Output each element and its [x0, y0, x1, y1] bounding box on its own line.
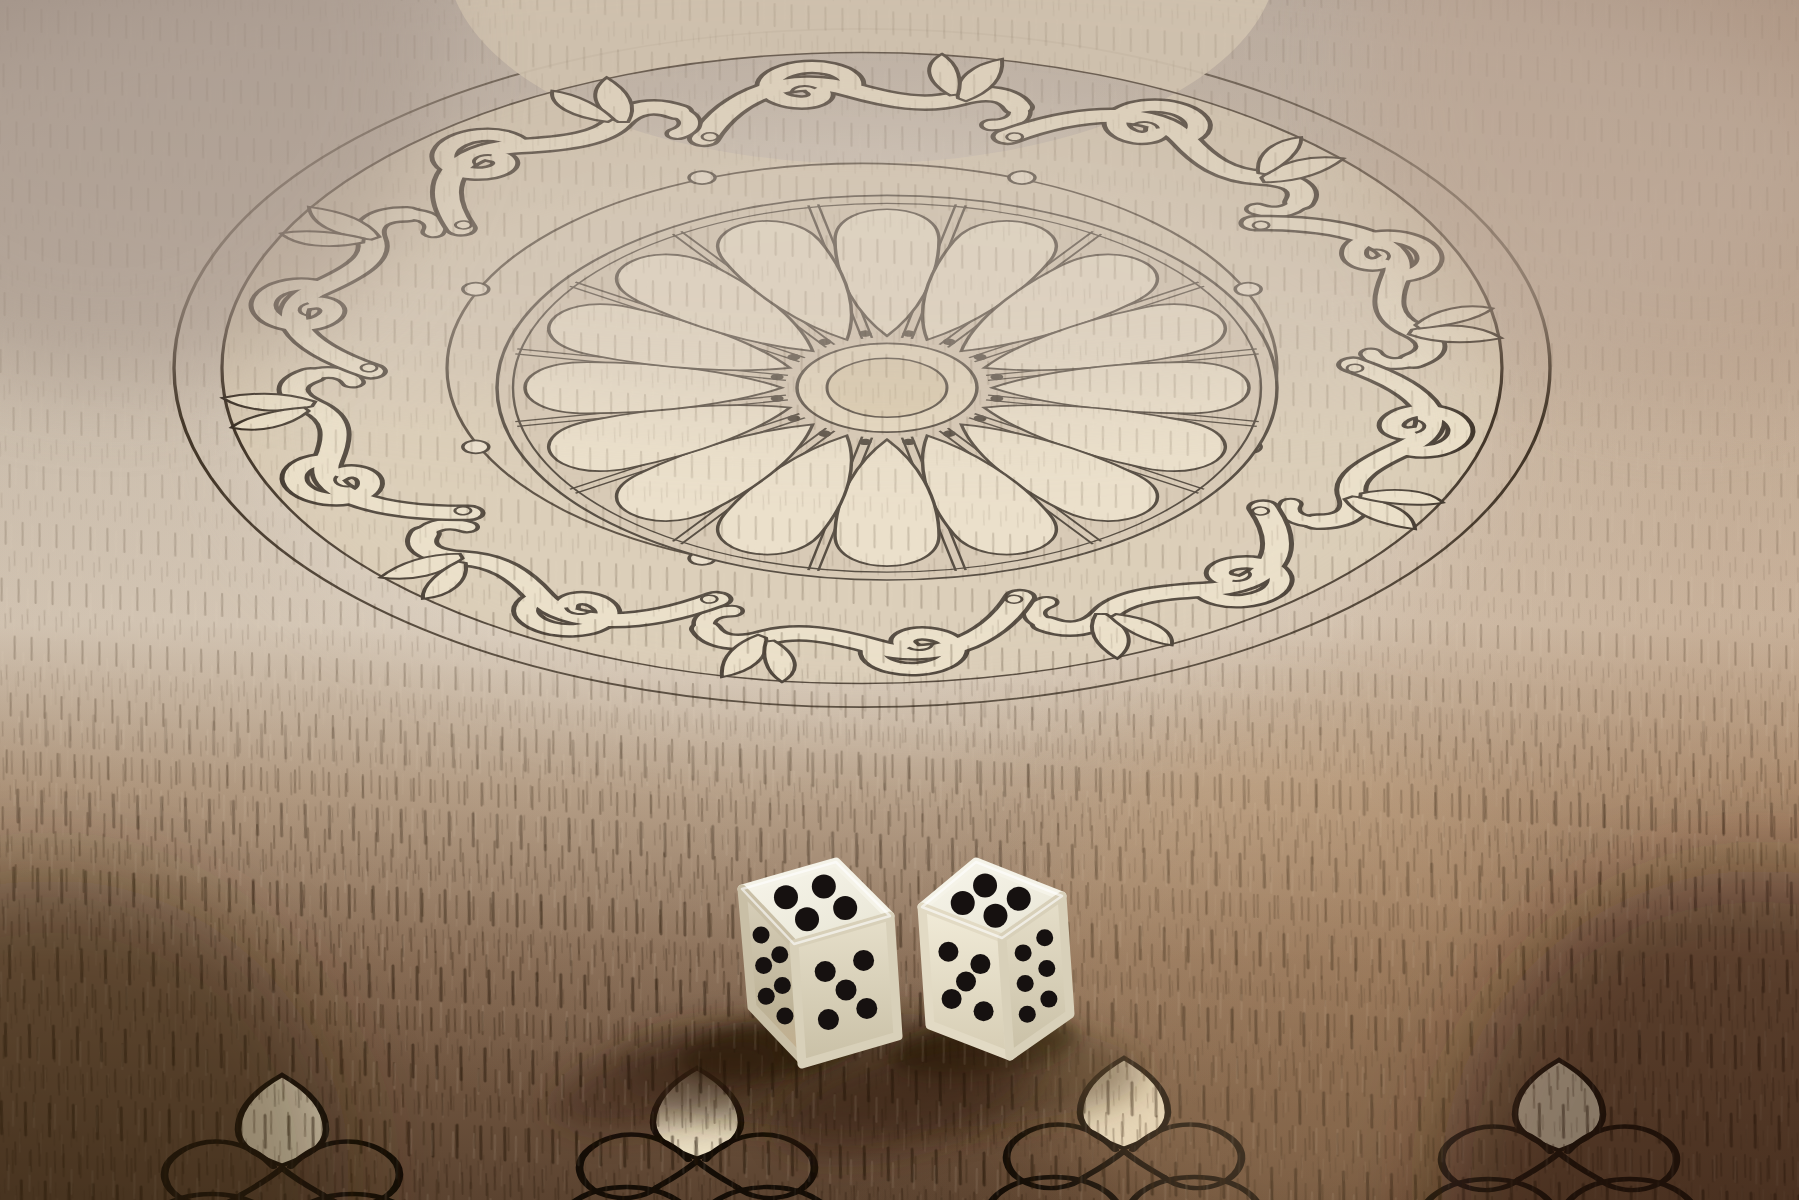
die-pip [853, 950, 874, 971]
die-pip [795, 907, 819, 931]
die-pip [753, 926, 770, 943]
die-pip [833, 896, 857, 920]
board-photo [0, 0, 1799, 1200]
die-pip [1036, 929, 1053, 946]
die-right[interactable] [922, 862, 1070, 1056]
die-pip [974, 1001, 994, 1021]
die-pip [755, 957, 772, 974]
die-pip [774, 885, 798, 909]
die-pip [771, 946, 788, 963]
die-pip [1007, 887, 1031, 911]
die-pip [951, 891, 975, 915]
die-pip [758, 988, 775, 1005]
die-pip [1019, 1006, 1036, 1023]
die-pip [973, 873, 997, 897]
die-pip [815, 961, 836, 982]
die-pip [818, 1009, 839, 1030]
die-pip [942, 989, 962, 1009]
die-pip [812, 874, 836, 898]
die-pip [983, 904, 1007, 928]
die-pip [970, 954, 990, 974]
die-pip [956, 972, 976, 992]
die-pip [1040, 991, 1057, 1008]
die-pip [856, 998, 877, 1019]
die-pip [1017, 975, 1034, 992]
die-pip [1038, 960, 1055, 977]
die-pip [776, 1008, 793, 1025]
die-pip [774, 977, 791, 994]
die-pip [938, 942, 958, 962]
die-pip [1015, 944, 1032, 961]
die-pip [836, 980, 857, 1001]
